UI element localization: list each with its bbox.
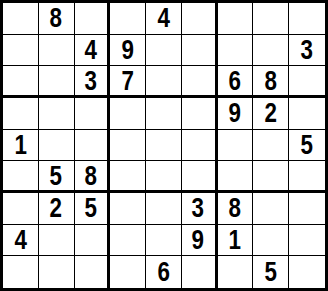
cell-r1c8[interactable] [253,3,289,35]
cell-r2c1[interactable] [3,35,39,67]
cell-r3c1[interactable] [3,66,39,98]
cell-r2c5[interactable] [146,35,182,67]
cell-r2c7[interactable] [218,35,254,67]
cell-r6c3[interactable]: 8 [75,161,111,193]
cell-r5c6[interactable] [182,130,218,162]
cell-r4c9[interactable] [289,98,325,130]
cell-r9c1[interactable] [3,256,39,288]
cell-r1c4[interactable] [110,3,146,35]
cell-value: 4 [14,226,26,254]
cell-value: 5 [301,131,313,159]
cell-r6c7[interactable] [218,161,254,193]
cell-r7c9[interactable] [289,193,325,225]
cell-r7c6[interactable]: 3 [182,193,218,225]
cell-r6c4[interactable] [110,161,146,193]
cell-r1c3[interactable] [75,3,111,35]
cell-r3c6[interactable] [182,66,218,98]
cell-value: 1 [229,226,241,254]
cell-r5c5[interactable] [146,130,182,162]
cell-r3c2[interactable] [39,66,75,98]
cell-r3c4[interactable]: 7 [110,66,146,98]
sudoku-board: 8 4 4 9 3 3 7 6 8 9 2 1 5 5 8 2 5 3 [0,0,328,291]
cell-r5c2[interactable] [39,130,75,162]
cell-r6c5[interactable] [146,161,182,193]
cell-r8c4[interactable] [110,225,146,257]
cell-r7c5[interactable] [146,193,182,225]
cell-r8c8[interactable] [253,225,289,257]
cell-r5c3[interactable] [75,130,111,162]
cell-r7c3[interactable]: 5 [75,193,111,225]
cell-r4c4[interactable] [110,98,146,130]
cell-r6c6[interactable] [182,161,218,193]
cell-r4c2[interactable] [39,98,75,130]
cell-r7c4[interactable] [110,193,146,225]
cell-r9c7[interactable] [218,256,254,288]
cell-r3c8[interactable]: 8 [253,66,289,98]
cell-r2c6[interactable] [182,35,218,67]
cell-r1c6[interactable] [182,3,218,35]
cell-value: 1 [14,131,26,159]
cell-value: 8 [85,162,97,190]
cell-r1c1[interactable] [3,3,39,35]
cell-value: 3 [301,36,313,64]
cell-value: 6 [229,67,241,95]
cell-r7c8[interactable] [253,193,289,225]
cell-value: 4 [157,4,169,32]
cell-r1c7[interactable] [218,3,254,35]
cell-value: 6 [157,258,169,286]
cell-r9c9[interactable] [289,256,325,288]
cell-value: 4 [85,36,97,64]
cell-r9c5[interactable]: 6 [146,256,182,288]
cell-r7c2[interactable]: 2 [39,193,75,225]
cell-r1c5[interactable]: 4 [146,3,182,35]
cell-r6c1[interactable] [3,161,39,193]
cell-r2c3[interactable]: 4 [75,35,111,67]
cell-r5c9[interactable]: 5 [289,130,325,162]
cell-r7c7[interactable]: 8 [218,193,254,225]
cell-r8c1[interactable]: 4 [3,225,39,257]
cell-value: 9 [121,36,133,64]
cell-value: 9 [229,99,241,127]
cell-value: 2 [265,99,277,127]
cell-r7c1[interactable] [3,193,39,225]
cell-r2c8[interactable] [253,35,289,67]
cell-r8c3[interactable] [75,225,111,257]
cell-value: 7 [121,67,133,95]
cell-r9c8[interactable]: 5 [253,256,289,288]
cell-r3c5[interactable] [146,66,182,98]
cell-r6c2[interactable]: 5 [39,161,75,193]
cell-r4c3[interactable] [75,98,111,130]
cell-r6c9[interactable] [289,161,325,193]
cell-r1c2[interactable]: 8 [39,3,75,35]
cell-r1c9[interactable] [289,3,325,35]
cell-r8c5[interactable] [146,225,182,257]
cell-r9c3[interactable] [75,256,111,288]
cell-r6c8[interactable] [253,161,289,193]
cell-r5c7[interactable] [218,130,254,162]
cell-r4c8[interactable]: 2 [253,98,289,130]
cell-value: 8 [50,4,62,32]
cell-r2c4[interactable]: 9 [110,35,146,67]
cell-r4c6[interactable] [182,98,218,130]
cell-r8c6[interactable]: 9 [182,225,218,257]
cell-r8c9[interactable] [289,225,325,257]
cell-r2c2[interactable] [39,35,75,67]
cell-r4c7[interactable]: 9 [218,98,254,130]
cell-value: 5 [265,258,277,286]
cell-r8c7[interactable]: 1 [218,225,254,257]
cell-r2c9[interactable]: 3 [289,35,325,67]
cell-r5c8[interactable] [253,130,289,162]
cell-r8c2[interactable] [39,225,75,257]
cell-value: 3 [192,194,204,222]
cell-value: 5 [85,194,97,222]
cell-value: 2 [50,194,62,222]
cell-r3c7[interactable]: 6 [218,66,254,98]
cell-r5c1[interactable]: 1 [3,130,39,162]
cell-r4c5[interactable] [146,98,182,130]
cell-value: 3 [85,67,97,95]
cell-r3c3[interactable]: 3 [75,66,111,98]
cell-value: 9 [192,226,204,254]
cell-r9c6[interactable] [182,256,218,288]
cell-r5c4[interactable] [110,130,146,162]
cell-value: 8 [229,194,241,222]
cell-r9c2[interactable] [39,256,75,288]
cell-r3c9[interactable] [289,66,325,98]
cell-value: 8 [265,67,277,95]
cell-r9c4[interactable] [110,256,146,288]
cell-value: 5 [50,162,62,190]
cell-r4c1[interactable] [3,98,39,130]
